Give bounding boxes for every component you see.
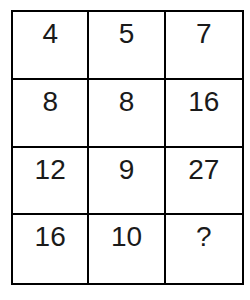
- number-puzzle-grid: 4578816129271610?: [11, 10, 244, 285]
- cell-r2c3: 16: [166, 80, 242, 148]
- cell-r3c1: 12: [13, 148, 89, 216]
- cell-r1c1: 4: [13, 12, 89, 80]
- cell-r1c2: 5: [89, 12, 165, 80]
- cell-r4c1: 16: [13, 215, 89, 283]
- cell-r3c3: 27: [166, 148, 242, 216]
- cell-r4c3-unknown: ?: [166, 215, 242, 283]
- cell-r4c2: 10: [89, 215, 165, 283]
- cell-r2c2: 8: [89, 80, 165, 148]
- cell-r2c1: 8: [13, 80, 89, 148]
- cell-r3c2: 9: [89, 148, 165, 216]
- cell-r1c3: 7: [166, 12, 242, 80]
